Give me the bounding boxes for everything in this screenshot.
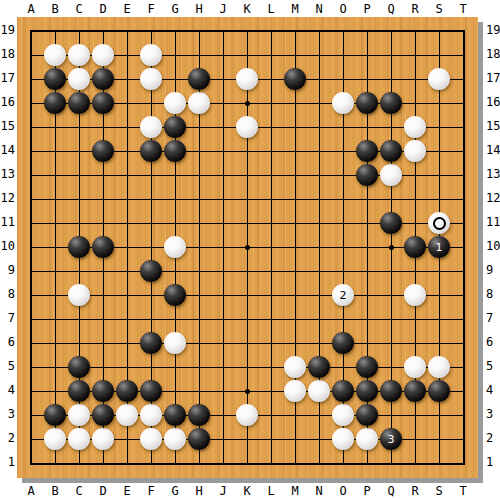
coord-label-bottom-G: G	[163, 485, 187, 498]
coord-label-left-17: 17	[0, 72, 15, 85]
stone-white-F18[interactable]	[140, 44, 162, 66]
stone-white-S11[interactable]	[428, 212, 450, 234]
coord-label-right-3: 3	[486, 408, 500, 421]
stone-white-M5[interactable]	[284, 356, 306, 378]
coord-label-right-18: 18	[486, 48, 500, 61]
coord-label-bottom-P: P	[355, 485, 379, 498]
coord-label-top-G: G	[163, 3, 187, 16]
star-point-K10	[245, 245, 250, 250]
stone-white-R8[interactable]	[404, 284, 426, 306]
stone-black-F6[interactable]	[140, 332, 162, 354]
stone-white-C3[interactable]	[68, 404, 90, 426]
stone-white-Q13[interactable]	[380, 164, 402, 186]
stone-white-K15[interactable]	[236, 116, 258, 138]
coord-label-left-13: 13	[0, 168, 15, 181]
stone-black-Q2[interactable]: 3	[380, 428, 402, 450]
stone-black-S10[interactable]: 1	[428, 236, 450, 258]
stone-white-D2[interactable]	[92, 428, 114, 450]
stone-white-H16[interactable]	[188, 92, 210, 114]
stone-black-S4[interactable]	[428, 380, 450, 402]
coord-label-top-B: B	[43, 3, 67, 16]
coord-label-bottom-Q: Q	[379, 485, 403, 498]
stone-black-D17[interactable]	[92, 68, 114, 90]
coord-label-bottom-A: A	[19, 485, 43, 498]
coord-label-right-12: 12	[486, 192, 500, 205]
coord-label-right-2: 2	[486, 432, 500, 445]
coord-label-right-17: 17	[486, 72, 500, 85]
coord-label-bottom-K: K	[235, 485, 259, 498]
coord-label-top-A: A	[19, 3, 43, 16]
stone-white-F17[interactable]	[140, 68, 162, 90]
coord-label-right-9: 9	[486, 264, 500, 277]
stone-white-E3[interactable]	[116, 404, 138, 426]
coord-label-left-19: 19	[0, 24, 15, 37]
stone-black-B17[interactable]	[44, 68, 66, 90]
stone-black-C16[interactable]	[68, 92, 90, 114]
coord-label-left-11: 11	[0, 216, 15, 229]
coord-label-top-T: T	[451, 3, 475, 16]
stone-black-R10[interactable]	[404, 236, 426, 258]
stone-white-G6[interactable]	[164, 332, 186, 354]
coord-label-left-15: 15	[0, 120, 15, 133]
stone-white-C8[interactable]	[68, 284, 90, 306]
stone-black-G8[interactable]	[164, 284, 186, 306]
stone-black-P3[interactable]	[356, 404, 378, 426]
coord-label-top-R: R	[403, 3, 427, 16]
grid-line-horizontal-1	[31, 463, 464, 464]
stone-black-P5[interactable]	[356, 356, 378, 378]
stone-white-M4[interactable]	[284, 380, 306, 402]
coord-label-right-4: 4	[486, 384, 500, 397]
stone-black-Q14[interactable]	[380, 140, 402, 162]
stone-black-F14[interactable]	[140, 140, 162, 162]
coord-label-right-6: 6	[486, 336, 500, 349]
coord-label-right-10: 10	[486, 240, 500, 253]
stone-white-B2[interactable]	[44, 428, 66, 450]
stone-black-P16[interactable]	[356, 92, 378, 114]
stone-black-H2[interactable]	[188, 428, 210, 450]
coord-label-left-18: 18	[0, 48, 15, 61]
stone-black-Q16[interactable]	[380, 92, 402, 114]
stone-white-F3[interactable]	[140, 404, 162, 426]
coord-label-top-Q: Q	[379, 3, 403, 16]
stone-white-F15[interactable]	[140, 116, 162, 138]
coord-label-bottom-H: H	[187, 485, 211, 498]
stone-white-O2[interactable]	[332, 428, 354, 450]
coord-label-top-S: S	[427, 3, 451, 16]
stone-black-D4[interactable]	[92, 380, 114, 402]
coord-label-right-7: 7	[486, 312, 500, 325]
stone-black-C4[interactable]	[68, 380, 90, 402]
stone-white-O16[interactable]	[332, 92, 354, 114]
stone-white-D18[interactable]	[92, 44, 114, 66]
coord-label-left-4: 4	[0, 384, 15, 397]
stone-black-F9[interactable]	[140, 260, 162, 282]
coord-label-bottom-R: R	[403, 485, 427, 498]
star-point-K16	[245, 101, 250, 106]
stone-white-C17[interactable]	[68, 68, 90, 90]
stone-black-H3[interactable]	[188, 404, 210, 426]
stone-black-E4[interactable]	[116, 380, 138, 402]
coord-label-bottom-O: O	[331, 485, 355, 498]
coord-label-left-6: 6	[0, 336, 15, 349]
stone-black-G3[interactable]	[164, 404, 186, 426]
stone-white-C18[interactable]	[68, 44, 90, 66]
move-number-label: 1	[436, 242, 443, 253]
coord-label-bottom-J: J	[211, 485, 235, 498]
coord-label-right-13: 13	[486, 168, 500, 181]
grid-line-horizontal-8	[31, 295, 464, 296]
coord-label-left-1: 1	[0, 456, 15, 469]
stone-white-K17[interactable]	[236, 68, 258, 90]
coord-label-right-14: 14	[486, 144, 500, 157]
stone-white-F2[interactable]	[140, 428, 162, 450]
move-number-label: 3	[388, 434, 395, 445]
coord-label-bottom-C: C	[67, 485, 91, 498]
stone-black-P4[interactable]	[356, 380, 378, 402]
coord-label-bottom-N: N	[307, 485, 331, 498]
coord-label-left-5: 5	[0, 360, 15, 373]
coord-label-right-16: 16	[486, 96, 500, 109]
coord-label-bottom-D: D	[91, 485, 115, 498]
coord-label-left-14: 14	[0, 144, 15, 157]
coord-label-left-7: 7	[0, 312, 15, 325]
stone-black-D10[interactable]	[92, 236, 114, 258]
grid-line-vertical-T	[463, 31, 464, 464]
stone-white-G16[interactable]	[164, 92, 186, 114]
stone-white-C2[interactable]	[68, 428, 90, 450]
stone-black-G15[interactable]	[164, 116, 186, 138]
grid-line-horizontal-6	[31, 343, 464, 344]
stone-black-D14[interactable]	[92, 140, 114, 162]
stone-black-H17[interactable]	[188, 68, 210, 90]
move-number-label: 2	[340, 290, 347, 301]
stone-black-O4[interactable]	[332, 380, 354, 402]
coord-label-left-10: 10	[0, 240, 15, 253]
grid-line-horizontal-7	[31, 319, 464, 320]
coord-label-top-N: N	[307, 3, 331, 16]
go-diagram-page: 213 AABBCCDDEEFFGGHHJJKKLLMMNNOOPPQQRRSS…	[0, 0, 500, 500]
coord-label-top-E: E	[115, 3, 139, 16]
stone-black-R4[interactable]	[404, 380, 426, 402]
coord-label-top-F: F	[139, 3, 163, 16]
stone-white-R14[interactable]	[404, 140, 426, 162]
coord-label-bottom-M: M	[283, 485, 307, 498]
stone-black-O6[interactable]	[332, 332, 354, 354]
stone-black-N5[interactable]	[308, 356, 330, 378]
coord-label-bottom-F: F	[139, 485, 163, 498]
star-point-K4	[245, 389, 250, 394]
stone-black-G14[interactable]	[164, 140, 186, 162]
stone-white-S5[interactable]	[428, 356, 450, 378]
stone-white-O3[interactable]	[332, 404, 354, 426]
coord-label-top-H: H	[187, 3, 211, 16]
coord-label-bottom-T: T	[451, 485, 475, 498]
stone-black-P14[interactable]	[356, 140, 378, 162]
coord-label-left-8: 8	[0, 288, 15, 301]
stone-black-B16[interactable]	[44, 92, 66, 114]
stone-black-Q4[interactable]	[380, 380, 402, 402]
coord-label-top-P: P	[355, 3, 379, 16]
stone-white-B18[interactable]	[44, 44, 66, 66]
stone-white-R15[interactable]	[404, 116, 426, 138]
stone-black-B3[interactable]	[44, 404, 66, 426]
stone-white-S17[interactable]	[428, 68, 450, 90]
grid-line-horizontal-5	[31, 367, 464, 368]
circle-marker-icon	[433, 217, 446, 230]
coord-label-top-D: D	[91, 3, 115, 16]
coord-label-bottom-L: L	[259, 485, 283, 498]
coord-label-right-8: 8	[486, 288, 500, 301]
coord-label-top-K: K	[235, 3, 259, 16]
coord-label-left-16: 16	[0, 96, 15, 109]
coord-label-bottom-E: E	[115, 485, 139, 498]
coord-label-bottom-B: B	[43, 485, 67, 498]
goban[interactable]: 213	[17, 17, 478, 478]
coord-label-top-L: L	[259, 3, 283, 16]
stone-white-K3[interactable]	[236, 404, 258, 426]
coord-label-left-9: 9	[0, 264, 15, 277]
coord-label-left-3: 3	[0, 408, 15, 421]
coord-label-top-C: C	[67, 3, 91, 16]
coord-label-right-19: 19	[486, 24, 500, 37]
stone-white-N4[interactable]	[308, 380, 330, 402]
stone-black-Q11[interactable]	[380, 212, 402, 234]
stone-black-F4[interactable]	[140, 380, 162, 402]
stone-black-C10[interactable]	[68, 236, 90, 258]
stone-black-D16[interactable]	[92, 92, 114, 114]
grid-line-vertical-L	[271, 31, 272, 464]
coord-label-bottom-S: S	[427, 485, 451, 498]
coord-label-right-1: 1	[486, 456, 500, 469]
stone-black-D3[interactable]	[92, 404, 114, 426]
stone-black-M17[interactable]	[284, 68, 306, 90]
stone-white-G2[interactable]	[164, 428, 186, 450]
stone-white-O8[interactable]: 2	[332, 284, 354, 306]
coord-label-right-5: 5	[486, 360, 500, 373]
stone-white-G10[interactable]	[164, 236, 186, 258]
coord-label-right-15: 15	[486, 120, 500, 133]
star-point-Q10	[389, 245, 394, 250]
coord-label-right-11: 11	[486, 216, 500, 229]
stone-black-P13[interactable]	[356, 164, 378, 186]
stone-white-R5[interactable]	[404, 356, 426, 378]
stone-black-C5[interactable]	[68, 356, 90, 378]
stone-white-P2[interactable]	[356, 428, 378, 450]
grid-line-horizontal-9	[31, 271, 464, 272]
coord-label-left-12: 12	[0, 192, 15, 205]
coord-label-top-O: O	[331, 3, 355, 16]
coord-label-left-2: 2	[0, 432, 15, 445]
coord-label-top-M: M	[283, 3, 307, 16]
coord-label-top-J: J	[211, 3, 235, 16]
